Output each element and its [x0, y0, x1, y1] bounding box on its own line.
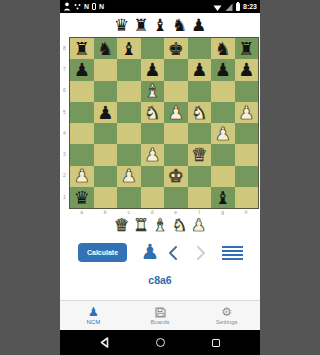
app-screen: N N 8:23 ♛♜♝♞♟ 87654321 ♜♞♝♚♞♜♟♟♟♟♟♝♟♞♟♞…: [60, 0, 260, 355]
square-f7[interactable]: ♟: [188, 59, 212, 80]
status-left-icons: N N: [63, 2, 104, 11]
square-g8[interactable]: ♞: [211, 38, 235, 59]
board: ♜♞♝♚♞♜♟♟♟♟♟♝♟♞♟♞♟♟♟♛♟♟♚♛♝: [69, 37, 259, 209]
square-f8[interactable]: [188, 38, 212, 59]
black-pawn-piece: ♟: [144, 61, 160, 79]
black-pawn-piece: ♟: [74, 61, 90, 79]
square-e2[interactable]: ♚: [164, 166, 188, 187]
black-queen-piece: ♛: [74, 189, 90, 207]
palette-black-rook[interactable]: ♜: [133, 17, 148, 34]
square-d1[interactable]: [141, 187, 165, 208]
square-b3[interactable]: [94, 144, 118, 165]
square-a7[interactable]: ♟: [70, 59, 94, 80]
square-g6[interactable]: [211, 81, 235, 102]
square-h2[interactable]: [235, 166, 259, 187]
black-king-piece: ♚: [168, 40, 184, 58]
gear-icon: ⚙: [221, 306, 232, 318]
square-e5[interactable]: ♟: [164, 102, 188, 123]
square-c8[interactable]: ♝: [117, 38, 141, 59]
palette-black-pawn[interactable]: ♟: [191, 17, 206, 34]
square-a5[interactable]: [70, 102, 94, 123]
square-a6[interactable]: [70, 81, 94, 102]
back-button[interactable]: [76, 337, 132, 348]
status-bar: N N 8:23: [60, 0, 260, 13]
black-piece-palette: ♛♜♝♞♟: [60, 13, 260, 37]
square-e6[interactable]: [164, 81, 188, 102]
square-b2[interactable]: [94, 166, 118, 187]
square-b4[interactable]: [94, 123, 118, 144]
square-b1[interactable]: [94, 187, 118, 208]
square-b6[interactable]: [94, 81, 118, 102]
square-a3[interactable]: [70, 144, 94, 165]
palette-black-queen[interactable]: ♛: [114, 17, 129, 34]
black-pawn-piece: ♟: [215, 61, 231, 79]
square-f4[interactable]: [188, 123, 212, 144]
white-knight-piece: ♞: [191, 104, 207, 122]
black-knight-piece: ♞: [97, 40, 113, 58]
status-time: 8:23: [243, 3, 257, 10]
square-g5[interactable]: [211, 102, 235, 123]
black-knight-piece: ♞: [215, 40, 231, 58]
square-e3[interactable]: [164, 144, 188, 165]
square-c7[interactable]: [117, 59, 141, 80]
square-c6[interactable]: [117, 81, 141, 102]
recents-square-icon: [212, 339, 220, 347]
square-f6[interactable]: [188, 81, 212, 102]
square-h5[interactable]: ♟: [235, 102, 259, 123]
square-f2[interactable]: [188, 166, 212, 187]
square-d4[interactable]: [141, 123, 165, 144]
square-c5[interactable]: [117, 102, 141, 123]
square-b5[interactable]: ♟: [94, 102, 118, 123]
result-move: c8a6: [60, 274, 260, 286]
square-g2[interactable]: [211, 166, 235, 187]
palette-white-rook[interactable]: ♜: [133, 217, 148, 234]
square-h7[interactable]: ♟: [235, 59, 259, 80]
square-c1[interactable]: [117, 187, 141, 208]
white-king-piece: ♚: [168, 167, 184, 185]
palette-black-bishop[interactable]: ♝: [152, 17, 167, 34]
rank-label-5: 5: [60, 101, 69, 122]
black-rook-piece: ♜: [238, 40, 254, 58]
palette-white-bishop[interactable]: ♝: [152, 217, 167, 234]
rank-label-8: 8: [60, 37, 69, 58]
white-pawn-piece: ♟: [144, 146, 160, 164]
status-right-icons: 8:23: [213, 3, 257, 11]
move-list-icon[interactable]: [222, 245, 243, 261]
dots-icon: [74, 3, 81, 11]
rank-label-1: 1: [60, 186, 69, 207]
tab-settings-label: Settings: [216, 319, 238, 325]
square-b7[interactable]: [94, 59, 118, 80]
white-pawn-piece: ♟: [74, 167, 90, 185]
rank-label-4: 4: [60, 122, 69, 143]
android-nav-bar: [60, 330, 260, 355]
palette-white-queen[interactable]: ♛: [114, 217, 129, 234]
previous-move-icon[interactable]: [166, 245, 180, 261]
black-pawn-piece: ♟: [191, 61, 207, 79]
tab-ncm-label: NCM: [87, 319, 101, 325]
square-e7[interactable]: [164, 59, 188, 80]
tab-bar: ♟ NCM Boards ⚙ Settings: [60, 300, 260, 330]
square-g1[interactable]: ♝: [211, 187, 235, 208]
rank-label-6: 6: [60, 80, 69, 101]
square-a4[interactable]: [70, 123, 94, 144]
n-notification-icon: N: [99, 3, 104, 10]
black-pawn-piece: ♟: [238, 61, 254, 79]
palette-white-knight[interactable]: ♞: [172, 217, 187, 234]
square-d3[interactable]: ♟: [141, 144, 165, 165]
white-pawn-piece: ♟: [168, 104, 184, 122]
square-f3[interactable]: ♛: [188, 144, 212, 165]
square-h1[interactable]: [235, 187, 259, 208]
white-bishop-piece: ♝: [144, 82, 160, 100]
calculate-button[interactable]: Calculate: [78, 243, 127, 262]
white-queen-piece: ♛: [191, 146, 207, 164]
rank-label-3: 3: [60, 143, 69, 164]
square-a1[interactable]: ♛: [70, 187, 94, 208]
square-d2[interactable]: [141, 166, 165, 187]
square-c3[interactable]: [117, 144, 141, 165]
wifi-icon: [213, 3, 222, 11]
pawn-icon: ♟: [88, 306, 99, 318]
square-e8[interactable]: ♚: [164, 38, 188, 59]
square-h3[interactable]: [235, 144, 259, 165]
white-pawn-piece: ♟: [238, 104, 254, 122]
side-to-move-pawn-icon[interactable]: ♟: [139, 240, 161, 264]
white-knight-piece: ♞: [144, 104, 160, 122]
square-e4[interactable]: [164, 123, 188, 144]
white-pawn-piece: ♟: [121, 167, 137, 185]
back-triangle-icon: [99, 337, 110, 348]
person-icon: [63, 2, 71, 11]
square-g4[interactable]: ♟: [211, 123, 235, 144]
palette-black-knight[interactable]: ♞: [172, 17, 187, 34]
square-d6[interactable]: ♝: [141, 81, 165, 102]
home-circle-icon: [156, 338, 165, 347]
next-move-icon[interactable]: [194, 245, 208, 261]
n-notification-icon: N: [84, 3, 89, 10]
square-d5[interactable]: ♞: [141, 102, 165, 123]
square-h6[interactable]: [235, 81, 259, 102]
square-g7[interactable]: ♟: [211, 59, 235, 80]
square-g3[interactable]: [211, 144, 235, 165]
black-rook-piece: ♜: [74, 40, 90, 58]
square-a2[interactable]: ♟: [70, 166, 94, 187]
black-pawn-piece: ♟: [97, 104, 113, 122]
tab-ncm[interactable]: ♟ NCM: [60, 301, 127, 330]
rank-label-2: 2: [60, 165, 69, 186]
battery-icon: [236, 3, 240, 11]
square-c2[interactable]: ♟: [117, 166, 141, 187]
recents-button[interactable]: [188, 339, 244, 347]
tab-boards-label: Boards: [151, 319, 170, 325]
palette-white-pawn[interactable]: ♟: [191, 217, 206, 234]
rank-label-7: 7: [60, 58, 69, 79]
square-h4[interactable]: [235, 123, 259, 144]
square-a8[interactable]: ♜: [70, 38, 94, 59]
rank-labels: 87654321: [60, 37, 69, 207]
signal-icon: [225, 3, 233, 11]
home-button[interactable]: [132, 338, 188, 347]
black-bishop-piece: ♝: [121, 40, 137, 58]
square-c4[interactable]: [117, 123, 141, 144]
box-icon: [92, 3, 96, 10]
white-pawn-piece: ♟: [215, 125, 231, 143]
save-boards-icon: [155, 307, 166, 318]
square-b8[interactable]: ♞: [94, 38, 118, 59]
controls-row: Calculate ♟: [60, 242, 260, 264]
square-h8[interactable]: ♜: [235, 38, 259, 59]
square-e1[interactable]: [164, 187, 188, 208]
black-bishop-piece: ♝: [215, 189, 231, 207]
tab-settings[interactable]: ⚙ Settings: [193, 301, 260, 330]
square-f5[interactable]: ♞: [188, 102, 212, 123]
square-d7[interactable]: ♟: [141, 59, 165, 80]
tab-boards[interactable]: Boards: [127, 301, 194, 330]
white-piece-palette: ♛♜♝♞♟: [60, 214, 260, 236]
square-d8[interactable]: [141, 38, 165, 59]
square-f1[interactable]: [188, 187, 212, 208]
